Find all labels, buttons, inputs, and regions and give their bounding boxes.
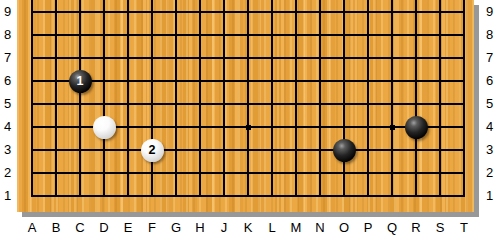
stone-black-C6[interactable]: 1 — [69, 70, 92, 93]
column-label-T: T — [456, 220, 472, 235]
grid-line-vertical-N — [319, 0, 320, 197]
row-label-right-2: 2 — [481, 166, 498, 180]
column-label-E: E — [120, 220, 136, 235]
row-label-right-8: 8 — [481, 28, 498, 42]
grid-line-vertical-E — [127, 0, 128, 197]
row-label-left-6: 6 — [0, 74, 15, 88]
column-label-K: K — [240, 220, 256, 235]
column-label-S: S — [432, 220, 448, 235]
column-label-Q: Q — [384, 220, 400, 235]
grid-line-horizontal-5 — [31, 103, 464, 104]
column-label-G: G — [168, 220, 184, 235]
grid-line-horizontal-3 — [31, 149, 464, 150]
column-label-H: H — [192, 220, 208, 235]
row-label-left-3: 3 — [0, 143, 15, 157]
grid-line-vertical-H — [199, 0, 200, 197]
grid-line-vertical-K — [247, 0, 248, 197]
grid-line-horizontal-2 — [31, 172, 464, 173]
grid-line-horizontal-6 — [31, 80, 464, 81]
grid-line-vertical-Q — [391, 0, 392, 197]
grid-line-vertical-J — [223, 0, 224, 197]
column-label-D: D — [96, 220, 112, 235]
column-label-O: O — [336, 220, 352, 235]
grid-line-vertical-S — [439, 0, 440, 197]
go-board-screenshot: 12998877665544332211ABCDEFGHJKLMNOPQRST — [0, 0, 500, 236]
star-point-Q4 — [390, 125, 395, 130]
grid-line-vertical-O — [343, 0, 344, 197]
column-label-J: J — [216, 220, 232, 235]
stone-white-D4[interactable] — [93, 116, 116, 139]
grid-line-vertical-T — [463, 0, 464, 197]
move-number-2: 2 — [141, 139, 164, 162]
column-label-B: B — [48, 220, 64, 235]
row-label-right-9: 9 — [481, 5, 498, 19]
grid-line-horizontal-8 — [31, 34, 464, 35]
grid-line-vertical-M — [295, 0, 296, 197]
row-label-left-2: 2 — [0, 166, 15, 180]
grid-line-vertical-A — [31, 0, 32, 197]
move-number-1: 1 — [69, 70, 92, 93]
grid-line-vertical-P — [367, 0, 368, 197]
grid-line-vertical-B — [55, 0, 56, 197]
grid-line-vertical-C — [79, 0, 80, 197]
row-label-right-7: 7 — [481, 51, 498, 65]
column-label-R: R — [408, 220, 424, 235]
row-label-left-4: 4 — [0, 120, 15, 134]
column-label-M: M — [288, 220, 304, 235]
row-label-right-4: 4 — [481, 120, 498, 134]
column-label-F: F — [144, 220, 160, 235]
grid-line-horizontal-1 — [31, 195, 464, 196]
grid-line-vertical-D — [103, 0, 104, 197]
row-label-right-1: 1 — [481, 189, 498, 203]
grid-line-vertical-L — [271, 0, 272, 197]
grid-line-horizontal-7 — [31, 57, 464, 58]
row-label-left-1: 1 — [0, 189, 15, 203]
column-label-A: A — [24, 220, 40, 235]
column-label-L: L — [264, 220, 280, 235]
column-label-C: C — [72, 220, 88, 235]
grid-line-vertical-G — [175, 0, 176, 197]
row-label-left-9: 9 — [0, 5, 15, 19]
row-label-left-7: 7 — [0, 51, 15, 65]
row-label-left-5: 5 — [0, 97, 15, 111]
go-board[interactable] — [17, 0, 474, 212]
row-label-left-8: 8 — [0, 28, 15, 42]
row-label-right-3: 3 — [481, 143, 498, 157]
row-label-right-5: 5 — [481, 97, 498, 111]
stone-black-O3[interactable] — [333, 139, 356, 162]
row-label-right-6: 6 — [481, 74, 498, 88]
column-label-N: N — [312, 220, 328, 235]
stone-black-R4[interactable] — [405, 116, 428, 139]
grid-line-vertical-R — [415, 0, 416, 197]
grid-line-horizontal-9 — [31, 11, 464, 12]
star-point-K4 — [246, 125, 251, 130]
stone-white-F3[interactable]: 2 — [141, 139, 164, 162]
column-label-P: P — [360, 220, 376, 235]
grid-line-vertical-F — [151, 0, 152, 197]
